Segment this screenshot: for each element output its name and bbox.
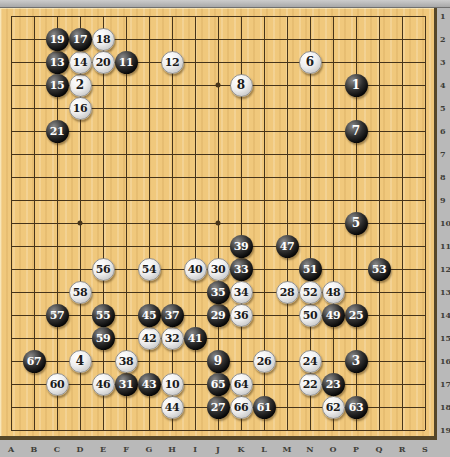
white-stone-move-40[interactable]: 40 (184, 258, 207, 281)
black-stone-move-49[interactable]: 49 (322, 304, 345, 327)
move-number: 27 (211, 401, 225, 414)
move-number: 15 (50, 79, 64, 92)
black-stone-move-5[interactable]: 5 (345, 212, 368, 235)
move-number: 60 (50, 378, 64, 391)
row-label-5: 5 (440, 103, 450, 113)
white-stone-move-62[interactable]: 62 (322, 396, 345, 419)
row-label-10: 10 (440, 218, 450, 228)
black-stone-move-47[interactable]: 47 (276, 235, 299, 258)
move-number: 4 (76, 354, 84, 368)
column-label-F: F (120, 444, 132, 454)
black-stone-move-67[interactable]: 67 (23, 350, 46, 373)
column-label-G: G (143, 444, 155, 454)
white-stone-move-32[interactable]: 32 (161, 327, 184, 350)
move-number: 61 (257, 401, 271, 414)
row-label-7: 7 (440, 149, 450, 159)
column-label-K: K (235, 444, 247, 454)
white-stone-move-12[interactable]: 12 (161, 51, 184, 74)
white-stone-move-46[interactable]: 46 (92, 373, 115, 396)
black-stone-move-25[interactable]: 25 (345, 304, 368, 327)
black-stone-move-27[interactable]: 27 (207, 396, 230, 419)
white-stone-move-20[interactable]: 20 (92, 51, 115, 74)
white-stone-move-16[interactable]: 16 (69, 97, 92, 120)
black-stone-move-55[interactable]: 55 (92, 304, 115, 327)
row-label-4: 4 (440, 80, 450, 90)
row-label-11: 11 (440, 241, 450, 251)
move-number: 32 (165, 332, 179, 345)
white-stone-move-44[interactable]: 44 (161, 396, 184, 419)
column-label-Q: Q (373, 444, 385, 454)
move-number: 21 (50, 125, 64, 138)
move-number: 64 (234, 378, 248, 391)
move-number: 8 (237, 78, 245, 92)
move-number: 59 (96, 332, 110, 345)
black-stone-move-41[interactable]: 41 (184, 327, 207, 350)
black-stone-move-23[interactable]: 23 (322, 373, 345, 396)
move-number: 30 (211, 263, 225, 276)
column-label-P: P (350, 444, 362, 454)
move-number: 55 (96, 309, 110, 322)
column-label-L: L (258, 444, 270, 454)
move-number: 16 (73, 102, 87, 115)
go-viewer-window: 1234567891011121314151617181920212223242… (0, 0, 450, 457)
move-number: 56 (96, 263, 110, 276)
row-label-15: 15 (440, 333, 450, 343)
white-stone-move-64[interactable]: 64 (230, 373, 253, 396)
top-bar (0, 0, 450, 8)
white-stone-move-38[interactable]: 38 (115, 350, 138, 373)
row-label-2: 2 (440, 34, 450, 44)
row-label-12: 12 (440, 264, 450, 274)
move-number: 28 (280, 286, 294, 299)
black-stone-move-31[interactable]: 31 (115, 373, 138, 396)
move-number: 3 (352, 354, 360, 368)
move-number: 58 (73, 286, 87, 299)
white-stone-move-6[interactable]: 6 (299, 51, 322, 74)
move-number: 66 (234, 401, 248, 414)
black-stone-move-17[interactable]: 17 (69, 28, 92, 51)
move-number: 1 (352, 78, 360, 92)
black-stone-move-37[interactable]: 37 (161, 304, 184, 327)
star-point (216, 83, 221, 88)
move-number: 48 (326, 286, 340, 299)
white-stone-move-54[interactable]: 54 (138, 258, 161, 281)
black-stone-move-65[interactable]: 65 (207, 373, 230, 396)
black-stone-move-61[interactable]: 61 (253, 396, 276, 419)
move-number: 36 (234, 309, 248, 322)
column-label-D: D (74, 444, 86, 454)
move-number: 20 (96, 56, 110, 69)
black-stone-move-45[interactable]: 45 (138, 304, 161, 327)
move-number: 43 (142, 378, 156, 391)
move-number: 29 (211, 309, 225, 322)
row-label-3: 3 (440, 57, 450, 67)
white-stone-move-28[interactable]: 28 (276, 281, 299, 304)
black-stone-move-3[interactable]: 3 (345, 350, 368, 373)
move-number: 19 (50, 33, 64, 46)
move-number: 57 (50, 309, 64, 322)
white-stone-move-14[interactable]: 14 (69, 51, 92, 74)
column-label-J: J (212, 444, 224, 454)
move-number: 2 (76, 78, 84, 92)
black-stone-move-15[interactable]: 15 (46, 74, 69, 97)
move-number: 41 (188, 332, 202, 345)
black-stone-move-19[interactable]: 19 (46, 28, 69, 51)
move-number: 47 (280, 240, 294, 253)
move-number: 25 (349, 309, 363, 322)
move-number: 46 (96, 378, 110, 391)
white-stone-move-10[interactable]: 10 (161, 373, 184, 396)
move-number: 34 (234, 286, 248, 299)
black-stone-move-1[interactable]: 1 (345, 74, 368, 97)
white-stone-move-34[interactable]: 34 (230, 281, 253, 304)
move-number: 45 (142, 309, 156, 322)
white-stone-move-56[interactable]: 56 (92, 258, 115, 281)
black-stone-move-29[interactable]: 29 (207, 304, 230, 327)
move-number: 23 (326, 378, 340, 391)
move-number: 62 (326, 401, 340, 414)
column-label-R: R (396, 444, 408, 454)
column-label-B: B (28, 444, 40, 454)
move-number: 51 (303, 263, 317, 276)
black-stone-move-33[interactable]: 33 (230, 258, 253, 281)
white-stone-move-30[interactable]: 30 (207, 258, 230, 281)
white-stone-move-60[interactable]: 60 (46, 373, 69, 396)
black-stone-move-13[interactable]: 13 (46, 51, 69, 74)
move-number: 13 (50, 56, 64, 69)
black-stone-move-9[interactable]: 9 (207, 350, 230, 373)
row-label-14: 14 (440, 310, 450, 320)
move-number: 52 (303, 286, 317, 299)
black-stone-move-53[interactable]: 53 (368, 258, 391, 281)
move-number: 10 (165, 378, 179, 391)
move-number: 67 (27, 355, 41, 368)
move-number: 7 (352, 124, 360, 138)
move-number: 22 (303, 378, 317, 391)
move-number: 33 (234, 263, 248, 276)
star-point (216, 221, 221, 226)
black-stone-move-51[interactable]: 51 (299, 258, 322, 281)
move-number: 54 (142, 263, 156, 276)
column-label-N: N (304, 444, 316, 454)
move-number: 39 (234, 240, 248, 253)
black-stone-move-11[interactable]: 11 (115, 51, 138, 74)
move-number: 18 (96, 33, 110, 46)
column-label-E: E (97, 444, 109, 454)
black-stone-move-21[interactable]: 21 (46, 120, 69, 143)
white-stone-move-48[interactable]: 48 (322, 281, 345, 304)
move-number: 53 (372, 263, 386, 276)
white-stone-move-66[interactable]: 66 (230, 396, 253, 419)
white-stone-move-24[interactable]: 24 (299, 350, 322, 373)
row-label-18: 18 (440, 402, 450, 412)
star-point (78, 221, 83, 226)
move-number: 49 (326, 309, 340, 322)
go-board[interactable]: 1234567891011121314151617181920212223242… (0, 8, 437, 440)
column-label-I: I (189, 444, 201, 454)
move-number: 38 (119, 355, 133, 368)
black-stone-move-39[interactable]: 39 (230, 235, 253, 258)
row-label-17: 17 (440, 379, 450, 389)
move-number: 65 (211, 378, 225, 391)
white-stone-move-50[interactable]: 50 (299, 304, 322, 327)
move-number: 12 (165, 56, 179, 69)
row-label-9: 9 (440, 195, 450, 205)
column-label-M: M (281, 444, 293, 454)
black-stone-move-7[interactable]: 7 (345, 120, 368, 143)
row-label-16: 16 (440, 356, 450, 366)
row-label-1: 1 (440, 11, 450, 21)
move-number: 5 (352, 216, 360, 230)
black-stone-move-63[interactable]: 63 (345, 396, 368, 419)
move-number: 14 (73, 56, 87, 69)
row-label-6: 6 (440, 126, 450, 136)
move-number: 31 (119, 378, 133, 391)
white-stone-move-2[interactable]: 2 (69, 74, 92, 97)
column-label-C: C (51, 444, 63, 454)
move-number: 50 (303, 309, 317, 322)
move-number: 6 (306, 55, 314, 69)
move-number: 40 (188, 263, 202, 276)
column-label-S: S (419, 444, 431, 454)
white-stone-move-4[interactable]: 4 (69, 350, 92, 373)
move-number: 42 (142, 332, 156, 345)
move-number: 37 (165, 309, 179, 322)
black-stone-move-35[interactable]: 35 (207, 281, 230, 304)
white-stone-move-52[interactable]: 52 (299, 281, 322, 304)
white-stone-move-8[interactable]: 8 (230, 74, 253, 97)
white-stone-move-22[interactable]: 22 (299, 373, 322, 396)
black-stone-move-59[interactable]: 59 (92, 327, 115, 350)
white-stone-move-26[interactable]: 26 (253, 350, 276, 373)
row-label-8: 8 (440, 172, 450, 182)
move-number: 24 (303, 355, 317, 368)
move-number: 11 (119, 56, 133, 69)
move-number: 17 (73, 33, 87, 46)
column-label-A: A (5, 444, 17, 454)
white-stone-move-36[interactable]: 36 (230, 304, 253, 327)
move-number: 26 (257, 355, 271, 368)
move-number: 44 (165, 401, 179, 414)
move-number: 9 (214, 354, 222, 368)
move-number: 35 (211, 286, 225, 299)
white-stone-move-18[interactable]: 18 (92, 28, 115, 51)
white-stone-move-58[interactable]: 58 (69, 281, 92, 304)
column-label-O: O (327, 444, 339, 454)
row-label-19: 19 (440, 425, 450, 435)
black-stone-move-57[interactable]: 57 (46, 304, 69, 327)
move-number: 63 (349, 401, 363, 414)
black-stone-move-43[interactable]: 43 (138, 373, 161, 396)
column-label-H: H (166, 444, 178, 454)
white-stone-move-42[interactable]: 42 (138, 327, 161, 350)
row-label-13: 13 (440, 287, 450, 297)
